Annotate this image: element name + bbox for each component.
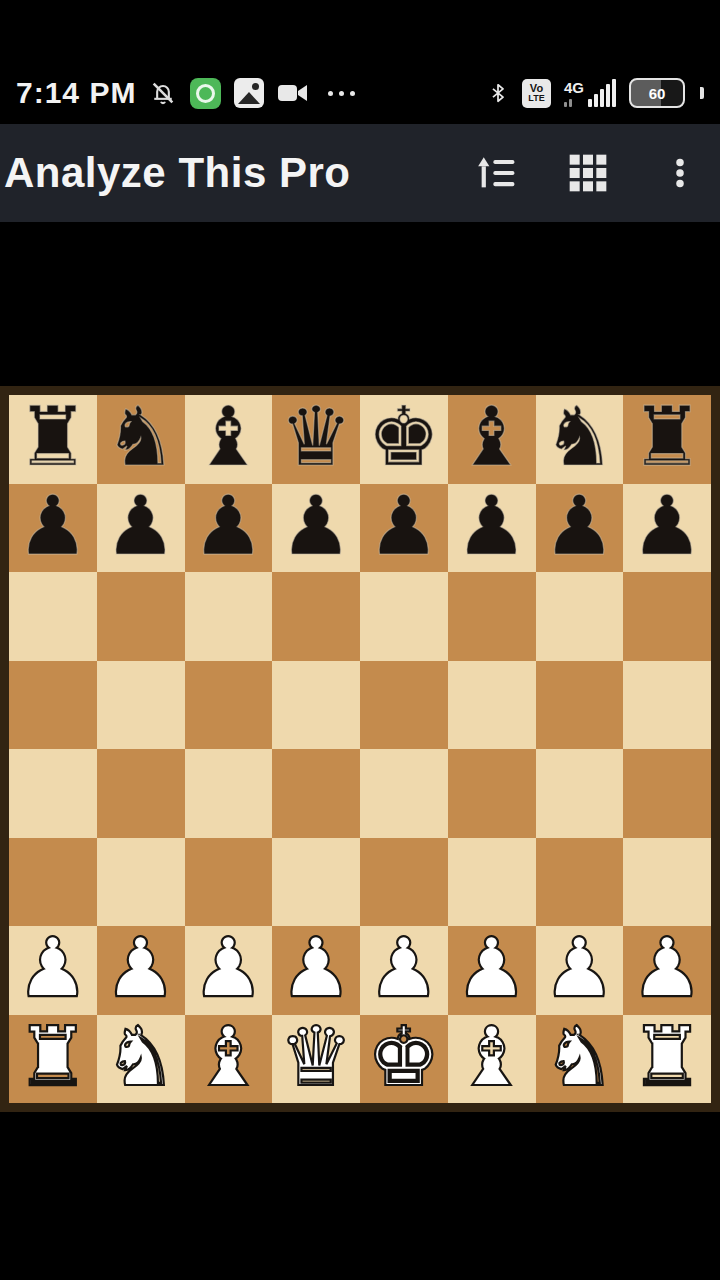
square-e4[interactable] xyxy=(360,749,448,838)
app-bar: Analyze This Pro xyxy=(0,124,720,222)
square-e3[interactable] xyxy=(360,838,448,927)
chess-board: ♜♞♝♛♚♝♞♜♟♟♟♟♟♟♟♟♟♟♟♟♟♟♟♟♜♞♝♛♚♝♞♜ xyxy=(0,386,720,1112)
piece-black-rook: ♜ xyxy=(16,396,90,478)
square-b5[interactable] xyxy=(97,661,185,750)
piece-black-pawn: ♟ xyxy=(543,485,617,567)
square-d4[interactable] xyxy=(272,749,360,838)
piece-black-pawn: ♟ xyxy=(279,485,353,567)
square-g1[interactable]: ♞ xyxy=(536,1015,624,1104)
square-a6[interactable] xyxy=(9,572,97,661)
square-c5[interactable] xyxy=(185,661,273,750)
notification-overflow-dots xyxy=(328,91,355,96)
piece-white-pawn: ♟ xyxy=(630,927,704,1009)
square-d8[interactable]: ♛ xyxy=(272,395,360,484)
signal-strength-icon: 4G xyxy=(564,79,616,107)
square-e5[interactable] xyxy=(360,661,448,750)
square-h6[interactable] xyxy=(623,572,711,661)
volte-icon: Vo LTE xyxy=(522,79,551,108)
piece-white-pawn: ♟ xyxy=(367,927,441,1009)
square-a4[interactable] xyxy=(9,749,97,838)
page-title: Analyze This Pro xyxy=(4,149,350,197)
status-bar: 7:14 PM xyxy=(0,62,720,124)
piece-white-queen: ♛ xyxy=(279,1016,353,1098)
square-f1[interactable]: ♝ xyxy=(448,1015,536,1104)
piece-white-pawn: ♟ xyxy=(279,927,353,1009)
bluetooth-icon xyxy=(487,80,509,106)
square-b4[interactable] xyxy=(97,749,185,838)
square-f8[interactable]: ♝ xyxy=(448,395,536,484)
piece-black-bishop: ♝ xyxy=(192,396,266,478)
square-a2[interactable]: ♟ xyxy=(9,926,97,1015)
battery-percent: 60 xyxy=(649,85,666,102)
square-g8[interactable]: ♞ xyxy=(536,395,624,484)
square-a8[interactable]: ♜ xyxy=(9,395,97,484)
square-e1[interactable]: ♚ xyxy=(360,1015,448,1104)
square-a3[interactable] xyxy=(9,838,97,927)
square-g2[interactable]: ♟ xyxy=(536,926,624,1015)
square-f7[interactable]: ♟ xyxy=(448,484,536,573)
move-list-button[interactable] xyxy=(474,151,518,195)
piece-white-pawn: ♟ xyxy=(16,927,90,1009)
phone-screen: 7:14 PM xyxy=(0,0,720,1280)
square-h4[interactable] xyxy=(623,749,711,838)
piece-black-bishop: ♝ xyxy=(455,396,529,478)
square-a7[interactable]: ♟ xyxy=(9,484,97,573)
square-d1[interactable]: ♛ xyxy=(272,1015,360,1104)
square-g6[interactable] xyxy=(536,572,624,661)
battery-nub xyxy=(700,87,704,99)
board-grid-button[interactable] xyxy=(566,151,610,195)
status-bar-right: Vo LTE 4G 60 xyxy=(487,78,704,108)
clock: 7:14 PM xyxy=(16,76,136,110)
bell-muted-icon xyxy=(149,79,177,107)
piece-black-pawn: ♟ xyxy=(16,485,90,567)
piece-white-king: ♚ xyxy=(367,1016,441,1098)
overflow-menu-button[interactable] xyxy=(658,151,702,195)
square-c8[interactable]: ♝ xyxy=(185,395,273,484)
square-f3[interactable] xyxy=(448,838,536,927)
gallery-app-icon xyxy=(234,78,264,108)
messenger-app-icon xyxy=(190,78,221,109)
square-c1[interactable]: ♝ xyxy=(185,1015,273,1104)
videocam-icon xyxy=(277,82,309,104)
square-d5[interactable] xyxy=(272,661,360,750)
square-b2[interactable]: ♟ xyxy=(97,926,185,1015)
piece-black-pawn: ♟ xyxy=(455,485,529,567)
square-c3[interactable] xyxy=(185,838,273,927)
square-e8[interactable]: ♚ xyxy=(360,395,448,484)
square-e7[interactable]: ♟ xyxy=(360,484,448,573)
piece-black-pawn: ♟ xyxy=(192,485,266,567)
square-c4[interactable] xyxy=(185,749,273,838)
network-type-label: 4G xyxy=(564,80,584,95)
square-b7[interactable]: ♟ xyxy=(97,484,185,573)
status-bar-left: 7:14 PM xyxy=(16,76,355,110)
square-h5[interactable] xyxy=(623,661,711,750)
piece-black-pawn: ♟ xyxy=(104,485,178,567)
square-h1[interactable]: ♜ xyxy=(623,1015,711,1104)
square-h2[interactable]: ♟ xyxy=(623,926,711,1015)
sim2-signal-icon xyxy=(564,99,572,107)
square-g3[interactable] xyxy=(536,838,624,927)
square-d2[interactable]: ♟ xyxy=(272,926,360,1015)
piece-white-rook: ♜ xyxy=(630,1016,704,1098)
piece-white-bishop: ♝ xyxy=(192,1016,266,1098)
square-g5[interactable] xyxy=(536,661,624,750)
piece-black-rook: ♜ xyxy=(630,396,704,478)
square-h7[interactable]: ♟ xyxy=(623,484,711,573)
square-h8[interactable]: ♜ xyxy=(623,395,711,484)
square-d3[interactable] xyxy=(272,838,360,927)
piece-black-pawn: ♟ xyxy=(367,485,441,567)
piece-black-king: ♚ xyxy=(367,396,441,478)
square-b6[interactable] xyxy=(97,572,185,661)
square-b8[interactable]: ♞ xyxy=(97,395,185,484)
signal-bars xyxy=(588,79,616,107)
square-f5[interactable] xyxy=(448,661,536,750)
app-bar-actions xyxy=(474,151,702,195)
square-a5[interactable] xyxy=(9,661,97,750)
board-grid: ♜♞♝♛♚♝♞♜♟♟♟♟♟♟♟♟♟♟♟♟♟♟♟♟♜♞♝♛♚♝♞♜ xyxy=(9,395,711,1103)
piece-white-pawn: ♟ xyxy=(192,927,266,1009)
square-g7[interactable]: ♟ xyxy=(536,484,624,573)
square-d6[interactable] xyxy=(272,572,360,661)
square-b3[interactable] xyxy=(97,838,185,927)
piece-white-knight: ♞ xyxy=(543,1016,617,1098)
piece-white-pawn: ♟ xyxy=(104,927,178,1009)
piece-white-bishop: ♝ xyxy=(455,1016,529,1098)
piece-black-queen: ♛ xyxy=(279,396,353,478)
piece-white-knight: ♞ xyxy=(104,1016,178,1098)
square-b1[interactable]: ♞ xyxy=(97,1015,185,1104)
square-d7[interactable]: ♟ xyxy=(272,484,360,573)
piece-black-pawn: ♟ xyxy=(630,485,704,567)
square-h3[interactable] xyxy=(623,838,711,927)
square-g4[interactable] xyxy=(536,749,624,838)
square-c2[interactable]: ♟ xyxy=(185,926,273,1015)
piece-black-knight: ♞ xyxy=(104,396,178,478)
square-f4[interactable] xyxy=(448,749,536,838)
piece-black-knight: ♞ xyxy=(543,396,617,478)
piece-white-pawn: ♟ xyxy=(455,927,529,1009)
battery-icon: 60 xyxy=(629,78,685,108)
square-c6[interactable] xyxy=(185,572,273,661)
square-c7[interactable]: ♟ xyxy=(185,484,273,573)
piece-white-pawn: ♟ xyxy=(543,927,617,1009)
square-f6[interactable] xyxy=(448,572,536,661)
square-e2[interactable]: ♟ xyxy=(360,926,448,1015)
piece-white-rook: ♜ xyxy=(16,1016,90,1098)
square-f2[interactable]: ♟ xyxy=(448,926,536,1015)
square-a1[interactable]: ♜ xyxy=(9,1015,97,1104)
square-e6[interactable] xyxy=(360,572,448,661)
